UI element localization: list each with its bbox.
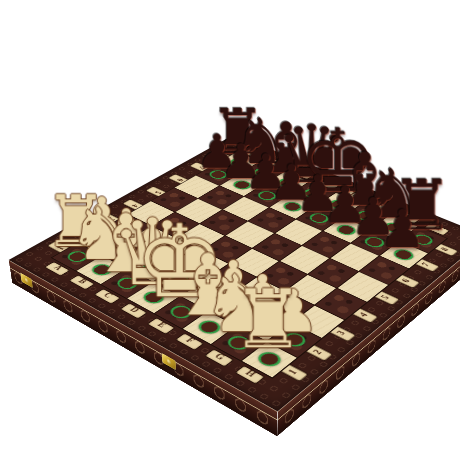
brass-clasp-icon [162,353,176,371]
pieces-layer: ♜♞♟♝♟♛♟♚♟♝♟♞♟♟♜♟♟♜♟♟♞♟♝♟♛♟♚♟♝♟♞♜ [52,152,447,378]
rank-label-7: 7 [409,254,442,276]
chess-board: ABCDEFGH ABCDEFGH 87654321 87654321 ♜♞♟♝… [9,135,460,412]
black-pawn-glyph: ♟ [352,202,453,255]
white-rook-glyph: ♜ [210,279,325,360]
brass-clasp-icon [20,273,33,289]
board-top-surface: ABCDEFGH ABCDEFGH 87654321 87654321 ♜♞♟♝… [9,135,460,412]
product-photo-stage: ABCDEFGH ABCDEFGH 87654321 87654321 ♜♞♟♝… [0,0,460,460]
